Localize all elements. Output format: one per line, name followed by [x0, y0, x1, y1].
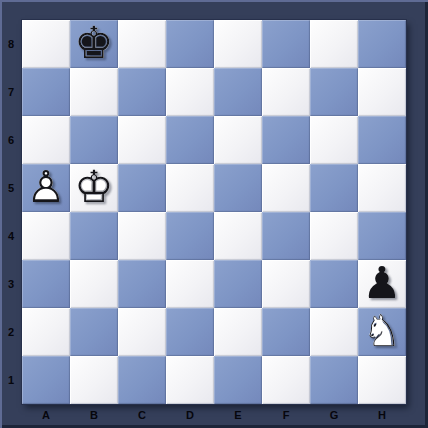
square-h8[interactable] [358, 20, 406, 68]
white-king-outline: ♔ [70, 163, 118, 211]
square-b8[interactable]: ♔♚ [70, 20, 118, 68]
square-f3[interactable] [262, 260, 310, 308]
black-pawn-outline: ♟ [358, 259, 406, 307]
square-c3[interactable] [118, 260, 166, 308]
square-b5[interactable]: ♚♔ [70, 164, 118, 212]
rank-label-2: 2 [0, 308, 22, 356]
square-d2[interactable] [166, 308, 214, 356]
square-g5[interactable] [310, 164, 358, 212]
white-pawn[interactable]: ♟♙ [22, 164, 70, 212]
square-e3[interactable] [214, 260, 262, 308]
square-f1[interactable] [262, 356, 310, 404]
square-a2[interactable] [22, 308, 70, 356]
rank-label-6: 6 [0, 116, 22, 164]
square-a1[interactable] [22, 356, 70, 404]
file-label-d: D [166, 404, 214, 426]
square-a4[interactable] [22, 212, 70, 260]
square-h6[interactable] [358, 116, 406, 164]
square-g2[interactable] [310, 308, 358, 356]
square-f6[interactable] [262, 116, 310, 164]
file-labels: ABCDEFGH [22, 404, 406, 426]
square-d4[interactable] [166, 212, 214, 260]
square-f2[interactable] [262, 308, 310, 356]
black-pawn[interactable]: ♙♟ [358, 260, 406, 308]
rank-label-8: 8 [0, 20, 22, 68]
square-c1[interactable] [118, 356, 166, 404]
square-d5[interactable] [166, 164, 214, 212]
square-a8[interactable] [22, 20, 70, 68]
file-label-h: H [358, 404, 406, 426]
square-b7[interactable] [70, 68, 118, 116]
square-g6[interactable] [310, 116, 358, 164]
square-a5[interactable]: ♟♙ [22, 164, 70, 212]
square-e5[interactable] [214, 164, 262, 212]
file-label-c: C [118, 404, 166, 426]
file-label-b: B [70, 404, 118, 426]
square-f8[interactable] [262, 20, 310, 68]
square-g4[interactable] [310, 212, 358, 260]
square-g3[interactable] [310, 260, 358, 308]
square-h3[interactable]: ♙♟ [358, 260, 406, 308]
square-a6[interactable] [22, 116, 70, 164]
square-g8[interactable] [310, 20, 358, 68]
square-d7[interactable] [166, 68, 214, 116]
square-d6[interactable] [166, 116, 214, 164]
white-king[interactable]: ♚♔ [70, 164, 118, 212]
file-label-a: A [22, 404, 70, 426]
square-f7[interactable] [262, 68, 310, 116]
black-king-outline: ♚ [70, 19, 118, 67]
square-d3[interactable] [166, 260, 214, 308]
white-knight-outline: ♘ [358, 307, 406, 355]
chess-diagram: 87654321 ♔♚♟♙♚♔♙♟♞♘ ABCDEFGH [0, 0, 428, 428]
square-c2[interactable] [118, 308, 166, 356]
square-f4[interactable] [262, 212, 310, 260]
square-a7[interactable] [22, 68, 70, 116]
square-c8[interactable] [118, 20, 166, 68]
file-label-g: G [310, 404, 358, 426]
square-e7[interactable] [214, 68, 262, 116]
square-c7[interactable] [118, 68, 166, 116]
file-label-f: F [262, 404, 310, 426]
square-e4[interactable] [214, 212, 262, 260]
square-g1[interactable] [310, 356, 358, 404]
black-king[interactable]: ♔♚ [70, 20, 118, 68]
rank-label-5: 5 [0, 164, 22, 212]
square-h4[interactable] [358, 212, 406, 260]
square-b6[interactable] [70, 116, 118, 164]
square-e8[interactable] [214, 20, 262, 68]
rank-label-3: 3 [0, 260, 22, 308]
square-f5[interactable] [262, 164, 310, 212]
square-h1[interactable] [358, 356, 406, 404]
square-e6[interactable] [214, 116, 262, 164]
chess-board[interactable]: ♔♚♟♙♚♔♙♟♞♘ [22, 20, 406, 404]
white-pawn-outline: ♙ [22, 163, 70, 211]
square-c5[interactable] [118, 164, 166, 212]
square-e2[interactable] [214, 308, 262, 356]
square-c6[interactable] [118, 116, 166, 164]
rank-labels: 87654321 [0, 20, 22, 404]
square-e1[interactable] [214, 356, 262, 404]
white-knight[interactable]: ♞♘ [358, 308, 406, 356]
square-g7[interactable] [310, 68, 358, 116]
square-b4[interactable] [70, 212, 118, 260]
square-d8[interactable] [166, 20, 214, 68]
square-h2[interactable]: ♞♘ [358, 308, 406, 356]
square-c4[interactable] [118, 212, 166, 260]
square-h7[interactable] [358, 68, 406, 116]
square-b1[interactable] [70, 356, 118, 404]
square-b3[interactable] [70, 260, 118, 308]
square-d1[interactable] [166, 356, 214, 404]
square-b2[interactable] [70, 308, 118, 356]
square-h5[interactable] [358, 164, 406, 212]
file-label-e: E [214, 404, 262, 426]
rank-label-1: 1 [0, 356, 22, 404]
rank-label-4: 4 [0, 212, 22, 260]
square-a3[interactable] [22, 260, 70, 308]
rank-label-7: 7 [0, 68, 22, 116]
